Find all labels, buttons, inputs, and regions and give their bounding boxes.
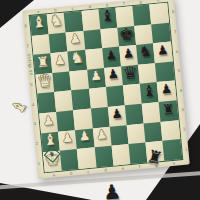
square-a7 xyxy=(32,34,51,55)
coord-label: b xyxy=(70,170,73,175)
black-pawn-f6: ♟ xyxy=(122,47,134,61)
coord-label: 2 xyxy=(183,127,186,132)
black-bishop-e8: ♝ xyxy=(100,8,115,24)
coord-label: 5 xyxy=(177,68,180,73)
square-d3 xyxy=(91,107,110,128)
square-e7 xyxy=(100,27,119,48)
square-f6: ♟ xyxy=(119,45,138,66)
square-b3 xyxy=(56,110,75,131)
square-f3 xyxy=(125,104,144,125)
square-b1 xyxy=(60,149,79,170)
board-photo: ♝♞♝♟♚♜♟♞♟♟♞♟♛♟♟♛♝♟♟♟♜♝♟♟♟♚ abcdefgh abcd… xyxy=(0,0,200,200)
coord-label: 1 xyxy=(185,146,188,151)
coord-label: 2 xyxy=(35,141,38,146)
square-h7 xyxy=(151,22,170,43)
coord-label: 7 xyxy=(174,29,177,34)
coord-label: h xyxy=(172,161,175,166)
square-b6: ♟ xyxy=(51,52,70,73)
black-pawn-e6: ♟ xyxy=(105,49,117,63)
coord-label: 3 xyxy=(181,107,184,112)
coord-label: c xyxy=(87,169,90,174)
square-d5: ♟ xyxy=(87,68,106,89)
coord-label: g xyxy=(155,162,158,167)
fallen-white-piece: ♝ xyxy=(9,97,30,117)
black-bishop-g4: ♝ xyxy=(142,83,157,99)
square-h5 xyxy=(155,61,174,82)
coord-label: g xyxy=(139,0,142,5)
coord-label: 1 xyxy=(37,160,40,165)
square-e6: ♟ xyxy=(102,47,121,68)
square-g6: ♞ xyxy=(136,43,155,64)
square-g1 xyxy=(146,141,165,162)
square-f1 xyxy=(128,143,147,164)
black-pawn-h6: ♟ xyxy=(156,44,168,58)
square-e8: ♝ xyxy=(98,8,117,29)
square-f4 xyxy=(123,84,142,105)
coord-label: a xyxy=(52,172,55,177)
square-h2 xyxy=(161,120,180,141)
chess-board: ♝♞♝♟♚♜♟♞♟♟♞♟♛♟♟♛♝♟♟♟♜♝♟♟♟♚ abcdefgh abcd… xyxy=(22,0,189,179)
board-brand-text: US CHESS xyxy=(27,52,33,76)
square-h1 xyxy=(163,139,182,160)
coord-label: e xyxy=(121,165,124,170)
square-g4: ♝ xyxy=(140,82,159,103)
square-g2 xyxy=(144,121,163,142)
captured-black-pawn: ♟ xyxy=(102,181,122,200)
white-rook-a6: ♜ xyxy=(36,54,50,69)
square-d4 xyxy=(89,87,108,108)
coord-label: 4 xyxy=(179,88,182,93)
square-a5: ♛ xyxy=(35,73,54,94)
square-e3: ♟ xyxy=(108,105,127,126)
square-b5 xyxy=(53,71,72,92)
square-f7: ♚ xyxy=(117,26,136,47)
black-pawn-e5: ♟ xyxy=(107,68,119,82)
white-pawn-d5: ♟ xyxy=(90,70,102,84)
square-f2 xyxy=(127,123,146,144)
square-c5 xyxy=(70,70,89,91)
white-pawn-c7: ♟ xyxy=(69,32,81,46)
black-pawn-h4: ♟ xyxy=(160,83,172,97)
square-b2: ♟ xyxy=(58,130,77,151)
white-knight-b8: ♞ xyxy=(49,13,64,29)
square-g5 xyxy=(138,63,157,84)
square-c1 xyxy=(77,148,96,169)
black-queen-f5: ♛ xyxy=(122,64,139,82)
square-d8 xyxy=(81,9,100,30)
coord-label: d xyxy=(88,4,91,9)
coord-label: d xyxy=(104,167,107,172)
square-c3 xyxy=(73,109,92,130)
square-g8 xyxy=(132,4,151,25)
black-king-f7: ♚ xyxy=(118,25,135,43)
square-g7 xyxy=(134,24,153,45)
square-g3 xyxy=(142,102,161,123)
coord-label: f xyxy=(139,164,141,169)
coord-label: 7 xyxy=(26,43,29,48)
coord-label: f xyxy=(123,1,125,6)
square-b7 xyxy=(49,32,68,53)
square-d6 xyxy=(85,48,104,69)
coord-label: b xyxy=(54,8,57,13)
white-pawn-b6: ♟ xyxy=(54,54,66,68)
square-a6: ♜ xyxy=(34,53,53,74)
coord-label: e xyxy=(106,3,109,8)
logo-diamond-icon: ♞ xyxy=(43,146,60,163)
square-h3: ♜ xyxy=(159,100,178,121)
square-d7 xyxy=(83,29,102,50)
square-d2: ♟ xyxy=(92,126,111,147)
square-h8 xyxy=(150,3,169,24)
white-pawn-a3: ♟ xyxy=(42,114,54,128)
coord-label: 8 xyxy=(24,24,27,29)
white-queen-a5: ♛ xyxy=(36,72,53,90)
square-f5: ♛ xyxy=(121,65,140,86)
square-c8 xyxy=(64,11,83,32)
coord-label: a xyxy=(37,9,40,14)
coord-label: 3 xyxy=(34,121,37,126)
white-knight-c6: ♞ xyxy=(70,51,85,67)
white-pawn-c2: ♟ xyxy=(78,130,90,144)
coord-label: 6 xyxy=(175,48,178,53)
square-b8: ♞ xyxy=(47,13,66,34)
coord-label: 8 xyxy=(172,9,175,14)
board-logo: ♞ xyxy=(42,144,60,163)
square-c2: ♟ xyxy=(75,128,94,149)
square-e4 xyxy=(106,86,125,107)
black-knight-g6: ♞ xyxy=(138,44,153,60)
square-d1 xyxy=(94,146,113,167)
white-pawn-b2: ♟ xyxy=(61,132,73,146)
square-h6: ♟ xyxy=(153,42,172,63)
square-f8 xyxy=(115,6,134,27)
square-e2 xyxy=(109,125,128,146)
black-rook-h3: ♜ xyxy=(161,101,175,116)
square-h4: ♟ xyxy=(157,81,176,102)
square-a8: ♝ xyxy=(30,14,49,35)
square-c4 xyxy=(72,89,91,110)
square-e5: ♟ xyxy=(104,66,123,87)
square-c6: ♞ xyxy=(68,50,87,71)
white-bishop-a8: ♝ xyxy=(32,15,47,31)
white-pawn-d2: ♟ xyxy=(96,128,108,142)
black-pawn-e3: ♟ xyxy=(111,107,123,121)
coord-label: c xyxy=(71,6,74,11)
square-e1 xyxy=(111,144,130,165)
square-a4 xyxy=(37,92,56,113)
coord-label: 4 xyxy=(32,102,35,107)
logo-knight-icon: ♞ xyxy=(49,151,55,157)
square-c7: ♟ xyxy=(66,31,85,52)
square-b4 xyxy=(54,91,73,112)
square-a3: ♟ xyxy=(39,112,58,133)
coord-label: 5 xyxy=(30,82,33,87)
